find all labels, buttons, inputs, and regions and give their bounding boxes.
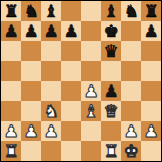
piece-white-rook[interactable]: ♜ <box>103 141 118 161</box>
square-h8[interactable]: ♜ <box>141 1 161 21</box>
square-e6[interactable] <box>81 41 101 61</box>
square-b4[interactable] <box>21 81 41 101</box>
piece-black-pawn[interactable]: ♟ <box>43 21 58 41</box>
square-c4[interactable] <box>41 81 61 101</box>
square-f1[interactable]: ♜ <box>101 141 121 161</box>
piece-black-knight[interactable]: ♞ <box>23 1 38 21</box>
piece-white-pawn[interactable]: ♟ <box>23 121 38 141</box>
piece-black-king[interactable]: ♚ <box>103 21 118 41</box>
square-f7[interactable]: ♚ <box>101 21 121 41</box>
square-a2[interactable]: ♟ <box>1 121 21 141</box>
square-g8[interactable]: ♞ <box>121 1 141 21</box>
chess-board: ♜♞♝♝♞♜♟♟♟♟♚♟♛♟♟♞♝♛♟♟♟♟♟♜♜♚ <box>0 0 162 162</box>
piece-black-knight[interactable]: ♞ <box>123 1 138 21</box>
piece-black-rook[interactable]: ♜ <box>143 1 158 21</box>
square-b5[interactable] <box>21 61 41 81</box>
square-a6[interactable] <box>1 41 21 61</box>
piece-black-rook[interactable]: ♜ <box>3 1 18 21</box>
square-d7[interactable]: ♟ <box>61 21 81 41</box>
square-c7[interactable]: ♟ <box>41 21 61 41</box>
piece-black-bishop[interactable]: ♝ <box>103 1 118 21</box>
square-f6[interactable]: ♛ <box>101 41 121 61</box>
square-e7[interactable] <box>81 21 101 41</box>
square-h1[interactable] <box>141 141 161 161</box>
square-b3[interactable] <box>21 101 41 121</box>
piece-white-rook[interactable]: ♜ <box>3 141 18 161</box>
piece-black-pawn[interactable]: ♟ <box>103 81 118 101</box>
piece-white-pawn[interactable]: ♟ <box>143 121 158 141</box>
square-a7[interactable]: ♟ <box>1 21 21 41</box>
square-c1[interactable] <box>41 141 61 161</box>
square-d1[interactable] <box>61 141 81 161</box>
square-b7[interactable]: ♟ <box>21 21 41 41</box>
square-d5[interactable] <box>61 61 81 81</box>
square-d8[interactable] <box>61 1 81 21</box>
piece-black-pawn[interactable]: ♟ <box>3 21 18 41</box>
square-h3[interactable] <box>141 101 161 121</box>
piece-black-bishop[interactable]: ♝ <box>43 1 58 21</box>
piece-black-pawn[interactable]: ♟ <box>143 21 158 41</box>
square-h7[interactable]: ♟ <box>141 21 161 41</box>
piece-white-pawn[interactable]: ♟ <box>43 121 58 141</box>
square-b2[interactable]: ♟ <box>21 121 41 141</box>
square-h2[interactable]: ♟ <box>141 121 161 141</box>
square-g1[interactable]: ♚ <box>121 141 141 161</box>
square-a3[interactable] <box>1 101 21 121</box>
square-d2[interactable] <box>61 121 81 141</box>
square-d4[interactable] <box>61 81 81 101</box>
piece-white-pawn[interactable]: ♟ <box>83 81 98 101</box>
square-c5[interactable] <box>41 61 61 81</box>
square-a5[interactable] <box>1 61 21 81</box>
square-e2[interactable] <box>81 121 101 141</box>
square-h5[interactable] <box>141 61 161 81</box>
square-e5[interactable] <box>81 61 101 81</box>
piece-black-queen[interactable]: ♛ <box>103 41 118 61</box>
square-f8[interactable]: ♝ <box>101 1 121 21</box>
square-d6[interactable] <box>61 41 81 61</box>
square-g6[interactable] <box>121 41 141 61</box>
square-f3[interactable]: ♛ <box>101 101 121 121</box>
square-b1[interactable] <box>21 141 41 161</box>
square-a1[interactable]: ♜ <box>1 141 21 161</box>
square-e8[interactable] <box>81 1 101 21</box>
piece-black-pawn[interactable]: ♟ <box>63 21 78 41</box>
square-c8[interactable]: ♝ <box>41 1 61 21</box>
square-a8[interactable]: ♜ <box>1 1 21 21</box>
square-c3[interactable]: ♞ <box>41 101 61 121</box>
piece-white-pawn[interactable]: ♟ <box>123 121 138 141</box>
square-a4[interactable] <box>1 81 21 101</box>
square-e1[interactable] <box>81 141 101 161</box>
square-g4[interactable] <box>121 81 141 101</box>
square-g2[interactable]: ♟ <box>121 121 141 141</box>
square-f2[interactable] <box>101 121 121 141</box>
square-g7[interactable] <box>121 21 141 41</box>
square-c2[interactable]: ♟ <box>41 121 61 141</box>
square-b6[interactable] <box>21 41 41 61</box>
square-g3[interactable] <box>121 101 141 121</box>
square-b8[interactable]: ♞ <box>21 1 41 21</box>
piece-white-knight[interactable]: ♞ <box>43 101 58 121</box>
piece-black-pawn[interactable]: ♟ <box>23 21 38 41</box>
piece-white-pawn[interactable]: ♟ <box>3 121 18 141</box>
piece-white-bishop[interactable]: ♝ <box>83 101 98 121</box>
square-d3[interactable] <box>61 101 81 121</box>
piece-white-queen[interactable]: ♛ <box>103 101 118 121</box>
square-f4[interactable]: ♟ <box>101 81 121 101</box>
square-f5[interactable] <box>101 61 121 81</box>
piece-white-king[interactable]: ♚ <box>123 141 138 161</box>
square-g5[interactable] <box>121 61 141 81</box>
square-h6[interactable] <box>141 41 161 61</box>
square-e3[interactable]: ♝ <box>81 101 101 121</box>
square-c6[interactable] <box>41 41 61 61</box>
square-e4[interactable]: ♟ <box>81 81 101 101</box>
square-h4[interactable] <box>141 81 161 101</box>
